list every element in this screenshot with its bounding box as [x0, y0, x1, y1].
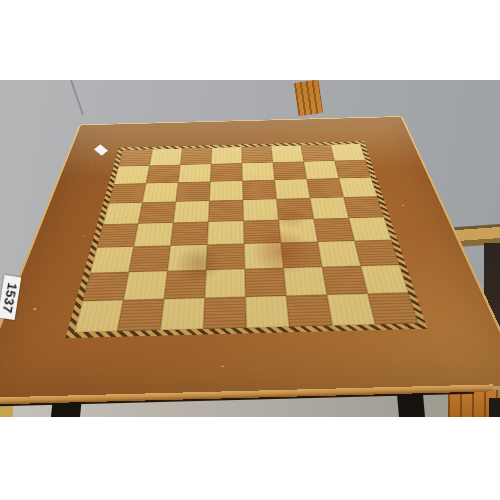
board-square	[210, 163, 242, 181]
board-square	[167, 245, 207, 271]
board-square	[173, 201, 209, 223]
board-square	[123, 271, 167, 300]
board-square	[164, 270, 206, 299]
board-square	[245, 268, 286, 297]
board-square	[275, 179, 310, 199]
board-square	[271, 145, 303, 162]
board-square	[97, 224, 138, 248]
board-square	[206, 244, 245, 270]
board-square	[339, 177, 377, 197]
board-square	[178, 164, 211, 182]
board-square	[149, 149, 182, 166]
board-square	[103, 203, 142, 225]
board-square	[242, 162, 275, 180]
board-square	[176, 182, 210, 202]
chessboard	[74, 144, 418, 333]
board-square	[160, 298, 205, 330]
board-square	[276, 198, 313, 220]
dust-speck	[33, 308, 36, 310]
board-square	[109, 183, 146, 203]
board-square	[208, 200, 243, 222]
board-square	[170, 222, 208, 246]
board-square	[310, 197, 349, 219]
board-square	[203, 297, 246, 329]
board-square	[304, 161, 339, 179]
board-square	[307, 178, 344, 198]
wall-corner-line	[69, 80, 84, 115]
board-square	[117, 299, 164, 331]
board-square	[318, 241, 361, 267]
dust-speck	[83, 236, 85, 237]
board-square	[74, 300, 123, 332]
board-square	[207, 221, 244, 245]
chess-table	[0, 116, 500, 402]
floor-shadow-right	[489, 398, 500, 417]
board-square	[349, 217, 391, 241]
board-square	[242, 180, 276, 200]
board-square	[142, 182, 178, 202]
board-square	[138, 202, 176, 224]
board-square	[209, 181, 243, 201]
board-square	[330, 144, 365, 161]
board-square	[83, 272, 129, 301]
board-square	[205, 269, 246, 298]
board-square	[90, 247, 134, 273]
board-square	[180, 148, 212, 165]
dust-speck	[91, 163, 93, 164]
board-square	[281, 242, 322, 268]
board-square	[361, 265, 409, 294]
board-square	[279, 219, 318, 243]
wood-door-frame-strip	[294, 80, 323, 117]
board-square	[119, 149, 153, 166]
board-square	[301, 145, 335, 162]
dust-speck	[221, 366, 224, 368]
board-square	[286, 295, 332, 327]
board-square	[273, 162, 307, 180]
board-square	[114, 166, 150, 185]
board-square	[283, 267, 327, 296]
board-square	[129, 246, 171, 272]
board-square	[242, 146, 273, 163]
board-square	[368, 293, 419, 325]
board-square	[344, 196, 384, 218]
board-square	[314, 218, 355, 242]
board-square	[244, 243, 283, 269]
board-square	[243, 199, 279, 221]
board-square	[243, 220, 280, 244]
board-square	[211, 147, 242, 164]
board-square	[245, 296, 289, 328]
board-square	[146, 165, 180, 183]
inlay-border	[65, 141, 427, 338]
board-square	[134, 223, 174, 247]
dust-speck	[402, 205, 404, 206]
photo-frame: 1537	[0, 80, 500, 417]
board-square	[354, 240, 399, 266]
table-leg	[397, 394, 425, 417]
board-square	[334, 160, 371, 178]
dust-speck	[364, 136, 366, 137]
